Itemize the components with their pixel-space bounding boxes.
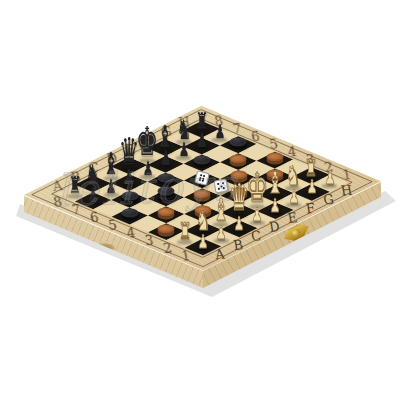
black-checker-d6 <box>157 174 174 183</box>
piece-black-p-b7: ♟ <box>103 176 120 195</box>
piece-white-p-f1: ♟ <box>285 186 302 205</box>
piece-black-p-d7: ♟ <box>139 158 156 177</box>
brown-checker-g5 <box>230 154 247 163</box>
piece-white-p-d1: ♟ <box>249 204 266 223</box>
piece-glyph: ♟ <box>234 213 245 232</box>
piece-glyph: ♟ <box>142 158 153 177</box>
piece-black-p-h7: ♟ <box>211 122 228 141</box>
die-6 <box>194 170 210 186</box>
piece-glyph: ♟ <box>324 168 335 187</box>
piece-white-p-g1: ♟ <box>303 177 320 196</box>
black-checker-h6 <box>230 137 247 146</box>
piece-black-p-e7: ♟ <box>157 149 174 168</box>
black-checker-b6 <box>121 192 138 201</box>
die-pip <box>217 182 220 185</box>
brown-checker-b4 <box>158 207 175 216</box>
piece-glyph: ♟ <box>306 177 317 196</box>
piece-glyph: ♟ <box>178 140 189 159</box>
piece-glyph: ♟ <box>160 149 171 168</box>
piece-black-p-g7: ♟ <box>193 131 210 150</box>
die-pip <box>202 180 205 183</box>
brown-checker-a3 <box>158 224 175 233</box>
piece-glyph: ♟ <box>288 186 299 205</box>
piece-glyph: ♟ <box>106 176 117 195</box>
piece-black-r-a8: ♜ <box>65 174 86 197</box>
black-checker-a5 <box>121 209 138 218</box>
piece-white-p-c1: ♟ <box>231 213 248 232</box>
piece-glyph: ♟ <box>197 131 208 150</box>
piece-black-p-a7: ♟ <box>85 185 102 204</box>
piece-white-p-e1: ♟ <box>267 195 284 214</box>
piece-glyph: ♟ <box>124 167 135 186</box>
piece-black-p-c7: ♟ <box>121 167 138 186</box>
brown-checker-h4 <box>266 153 283 162</box>
die-pip <box>200 174 203 177</box>
piece-white-p-b1: ♟ <box>213 222 230 241</box>
piece-glyph: ♟ <box>252 204 263 223</box>
piece-glyph: ♟ <box>88 185 99 204</box>
piece-glyph: ♟ <box>198 232 209 251</box>
piece-white-r-a2: ♜ <box>174 220 195 243</box>
pieces-layer: ♜♞♝♛♚♝♞♜♟♟♟♟♟♟♟♟♜♞♝♛♚♝♞♜♟♟♟♟♟♟♟♟ <box>0 0 400 400</box>
piece-glyph: ♟ <box>270 195 281 214</box>
die-pip <box>199 179 202 182</box>
piece-glyph: ♟ <box>215 122 226 141</box>
piece-white-p-h1: ♟ <box>321 168 338 187</box>
die-pip <box>217 187 220 190</box>
piece-glyph: ♜ <box>68 174 81 197</box>
black-checker-f6 <box>194 156 211 165</box>
product-photo-chess-set: ABCDEFGH ABCDEFGH 87654321 87654321 ♜♞♝♛… <box>0 0 400 400</box>
piece-black-p-f7: ♟ <box>175 140 192 159</box>
piece-glyph: ♟ <box>216 222 227 241</box>
die-pip <box>203 174 206 177</box>
piece-white-p-a1: ♟ <box>194 232 211 251</box>
piece-glyph: ♜ <box>178 220 191 243</box>
black-checker-c5 <box>158 187 175 196</box>
